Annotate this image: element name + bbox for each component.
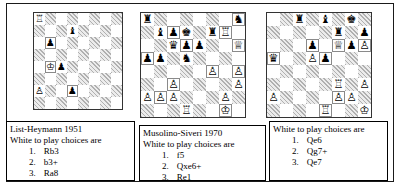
square-a1 [34,97,45,109]
square-d1: ♖ [180,104,193,117]
square-d8 [67,13,78,25]
piece-white-pawn: ♙ [220,92,230,104]
square-c6 [56,37,67,49]
square-h1: ♔ [358,104,371,117]
piece-black-rook: ♜ [294,14,304,26]
square-b4: ♔ [45,61,56,73]
square-e1 [193,104,206,117]
square-g8 [100,13,111,25]
piece-white-pawn: ♙ [233,66,244,78]
choice-number: 1. [29,146,36,156]
square-e5 [193,52,206,65]
square-f6 [206,39,219,52]
square-f2 [89,85,100,97]
square-c4: ♟ [56,61,67,73]
piece-white-rook: ♖ [320,105,331,117]
piece-black-pawn: ♟ [46,38,56,48]
square-h1 [232,104,245,117]
square-e1: ♖ [319,104,332,117]
square-c2 [56,85,67,97]
square-d8 [306,13,319,26]
square-e4 [193,65,206,78]
piece-black-queen: ♛ [268,53,279,65]
square-b6 [280,39,293,52]
square-b2 [45,85,56,97]
square-f1 [206,104,219,117]
square-g1 [100,97,111,109]
square-c5 [56,49,67,61]
square-a7 [141,26,154,39]
piece-white-pawn: ♙ [359,40,370,52]
square-b5 [45,49,56,61]
piece-black-rook: ♜ [333,27,343,39]
square-b2: ♙ [154,91,167,104]
square-f3 [89,73,100,85]
piece-black-pawn: ♟ [68,86,78,96]
caption-panel-3: White to play choices are 1.Qe6 2.Qg7+ 3… [269,121,388,181]
square-e5 [78,49,89,61]
piece-white-pawn: ♙ [155,92,166,104]
square-b3 [45,73,56,85]
square-d4 [306,65,319,78]
square-h6 [111,37,122,49]
choice-item: 2.b3+ [29,157,131,168]
square-f6: ♕ [332,39,345,52]
square-e8 [78,13,89,25]
square-g2 [100,85,111,97]
game-title: List-Heymann 1951 [10,124,131,135]
choice-number: 3. [162,172,169,182]
square-h3: ♙ [232,78,245,91]
square-c8 [56,13,67,25]
square-d5 [67,49,78,61]
square-c7 [293,26,306,39]
piece-black-queen: ♛ [168,40,178,52]
choice-number: 3. [29,168,36,178]
choice-item: 3.Ra8 [29,168,131,179]
caption-panel-2: Musolino-Siveri 1970 White to play choic… [139,125,266,181]
square-b1 [45,97,56,109]
caption-panel-1: List-Heymann 1951 White to play choices … [6,121,135,181]
square-c3 [293,78,306,91]
square-d2 [306,91,319,104]
choice-move: Re1 [177,172,192,182]
choice-move: Qxe6+ [177,161,202,171]
square-b2 [280,91,293,104]
square-c5 [293,52,306,65]
square-d6 [67,37,78,49]
piece-black-knight: ♞ [181,53,191,65]
square-b6: ♟ [45,37,56,49]
square-h2 [232,91,245,104]
piece-white-pawn: ♙ [207,66,218,78]
square-a7 [267,26,280,39]
square-c8: ♜ [293,13,306,26]
piece-white-rook: ♖ [35,14,44,24]
square-h6: ♙ [358,39,371,52]
chess-board-third: ♜♝♚♜♟♟♕♟♙♛♙♟♖♙♙♙♙♖♔ [266,12,372,118]
square-a1 [141,104,154,117]
square-h5 [358,52,371,65]
square-a6 [34,37,45,49]
square-f1 [332,104,345,117]
prompt-text: White to play choices are [10,135,131,146]
piece-black-pawn: ♟ [168,27,179,39]
choice-move: Rb3 [44,146,59,156]
piece-white-pawn: ♙ [168,79,179,91]
piece-black-pawn: ♟ [57,62,66,72]
square-f3 [206,78,219,91]
square-f1 [89,97,100,109]
choice-item: 3.Re1 [162,172,262,183]
piece-black-knight: ♞ [233,14,244,26]
square-a4 [34,61,45,73]
prompt-text: White to play choices are [273,124,384,135]
choice-item: 2.Qxe6+ [162,161,262,172]
square-e5: ♟ [319,52,332,65]
piece-white-pawn: ♙ [307,53,317,65]
square-c4 [293,65,306,78]
square-h5 [111,49,122,61]
square-c2 [293,91,306,104]
square-e6: ♟ [193,39,206,52]
choice-item: 1.f5 [162,150,262,161]
square-c2: ♙ [167,91,180,104]
choice-move: Ra8 [44,168,59,178]
square-e3 [319,78,332,91]
square-d3 [180,78,193,91]
square-g1 [345,104,358,117]
square-e8 [193,13,206,26]
square-d7: ♝ [67,25,78,37]
square-f7 [89,25,100,37]
square-a8: ♜ [141,13,154,26]
square-d2: ♟ [67,85,78,97]
piece-white-pawn: ♙ [35,86,44,96]
piece-black-pawn: ♟ [320,53,331,65]
piece-black-king: ♚ [181,27,191,39]
choice-number: 2. [29,157,36,167]
square-e4 [78,61,89,73]
square-g8: ♚ [345,13,358,26]
square-f5 [332,52,345,65]
square-g5 [219,52,232,65]
choice-move: f5 [177,150,185,160]
chess-board-musolino-siveri: ♜♞♝♟♚♜♖♛♟♟♕♟♟♞♙♙♙♙♙♙♙♙♖♔ [140,12,246,118]
square-g2: ♙ [345,91,358,104]
square-g5 [100,49,111,61]
piece-black-pawn: ♟ [346,40,356,52]
square-e3 [78,73,89,85]
square-f2 [206,91,219,104]
piece-black-pawn: ♟ [307,40,318,52]
square-g6 [219,39,232,52]
square-f4: ♙ [206,65,219,78]
square-g4 [219,65,232,78]
square-e7 [78,25,89,37]
choice-move: Qe6 [307,135,322,145]
square-c5 [167,52,180,65]
square-g4 [345,65,358,78]
piece-black-pawn: ♟ [142,53,153,65]
chess-board-list-heymann: ♖♝♟♔♟♙♟ [33,12,123,110]
piece-white-king: ♔ [220,105,231,117]
square-f8 [89,13,100,25]
square-a5 [34,49,45,61]
choice-number: 2. [292,146,299,156]
piece-black-bishop: ♝ [320,14,330,26]
square-g3 [100,73,111,85]
square-f6 [89,37,100,49]
square-a1 [267,104,280,117]
piece-white-pawn: ♙ [233,79,243,91]
piece-white-king: ♔ [359,105,369,117]
square-b4 [280,65,293,78]
square-h6: ♕ [232,39,245,52]
square-a8 [267,13,280,26]
piece-black-rook: ♜ [207,27,217,39]
square-g7 [100,25,111,37]
piece-black-bishop: ♝ [68,26,77,36]
square-h4 [111,61,122,73]
square-d1 [306,104,319,117]
square-c7 [56,25,67,37]
square-h8: ♞ [232,13,245,26]
square-e8: ♝ [319,13,332,26]
square-a4 [141,65,154,78]
square-d1 [67,97,78,109]
square-c1 [167,104,180,117]
square-f4 [89,61,100,73]
piece-black-pawn: ♟ [155,53,165,65]
piece-white-queen: ♕ [333,40,344,52]
square-h3 [111,73,122,85]
square-a4 [267,65,280,78]
prompt-text: White to play choices are [143,139,262,150]
square-a5: ♛ [267,52,280,65]
square-e6 [78,37,89,49]
piece-white-rook: ♖ [220,27,231,39]
piece-white-pawn: ♙ [346,92,356,104]
square-a2: ♙ [267,91,280,104]
piece-white-rook: ♖ [333,79,343,91]
square-f7: ♜ [206,26,219,39]
choice-item: 2.Qg7+ [292,146,384,157]
square-g5 [345,52,358,65]
game-title: Musolino-Siveri 1970 [143,128,262,139]
choice-item: 3.Qe7 [292,157,384,168]
square-a5: ♟ [141,52,154,65]
square-d3 [306,78,319,91]
choice-number: 1. [292,135,299,145]
square-d5: ♞ [180,52,193,65]
square-h1 [111,97,122,109]
square-a2: ♙ [141,91,154,104]
square-b5 [280,52,293,65]
square-b7 [45,25,56,37]
square-e1 [78,97,89,109]
square-c3 [56,73,67,85]
square-d5: ♙ [306,52,319,65]
square-h7 [111,25,122,37]
square-c6: ♛ [167,39,180,52]
square-a8: ♖ [34,13,45,25]
choice-number: 1. [162,150,169,160]
square-e2 [78,85,89,97]
square-g1: ♔ [219,104,232,117]
square-a7 [34,25,45,37]
square-c1 [56,97,67,109]
square-e4 [319,65,332,78]
piece-black-king: ♚ [346,14,356,26]
square-f5 [89,49,100,61]
choice-number: 2. [162,161,169,171]
square-c6 [293,39,306,52]
choice-move: Qg7+ [307,146,328,156]
piece-black-pawn: ♟ [194,40,204,52]
square-d3 [67,73,78,85]
square-g7: ♖ [219,26,232,39]
square-b5: ♟ [154,52,167,65]
square-e7 [319,26,332,39]
square-h8 [111,13,122,25]
square-a3 [34,73,45,85]
choice-move: b3+ [44,157,58,167]
square-h3: ♙ [358,78,371,91]
choice-move: Qe7 [307,157,322,167]
piece-white-pawn: ♙ [333,92,344,104]
square-g6: ♟ [345,39,358,52]
square-g6 [100,37,111,49]
square-g4 [100,61,111,73]
square-b8 [45,13,56,25]
choice-item: 1.Rb3 [29,146,131,157]
square-d4 [67,61,78,73]
choice-item: 1.Qe6 [292,135,384,146]
square-b1 [154,104,167,117]
square-f2: ♙ [332,91,345,104]
square-h2 [111,85,122,97]
piece-white-king: ♔ [46,62,56,72]
piece-white-pawn: ♙ [142,92,152,104]
square-b1 [280,104,293,117]
piece-white-queen: ♕ [233,40,244,52]
piece-white-rook: ♖ [181,105,191,117]
piece-black-rook: ♜ [142,14,152,26]
choice-number: 3. [292,157,299,167]
square-b8 [280,13,293,26]
square-e3 [193,78,206,91]
piece-black-pawn: ♟ [359,27,369,39]
square-b3 [280,78,293,91]
piece-black-bishop: ♝ [155,27,165,39]
piece-black-pawn: ♟ [181,40,192,52]
piece-white-pawn: ♙ [168,92,178,104]
square-a2: ♙ [34,85,45,97]
piece-white-pawn: ♙ [359,79,369,91]
square-b7: ♝ [154,26,167,39]
square-b4 [154,65,167,78]
square-d4 [180,65,193,78]
square-b7 [280,26,293,39]
square-c1 [293,104,306,117]
square-e2 [193,91,206,104]
piece-white-pawn: ♙ [268,92,278,104]
